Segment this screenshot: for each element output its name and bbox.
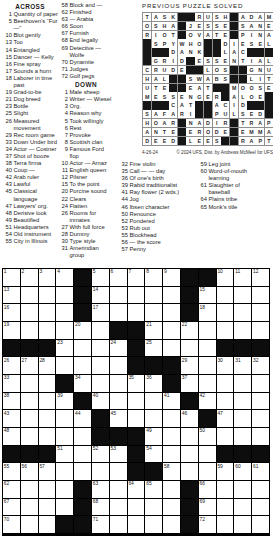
- grid-cell[interactable]: 42: [199, 393, 216, 410]
- cell-number: 42: [200, 393, 205, 398]
- grid-cell[interactable]: [21, 481, 38, 498]
- solved-letter-cell: A: [256, 57, 264, 65]
- grid-cell[interactable]: [39, 499, 56, 516]
- grid-cell[interactable]: [217, 516, 234, 533]
- grid-cell[interactable]: [252, 393, 269, 410]
- grid-black-cell: [74, 516, 91, 533]
- grid-black-cell: [128, 446, 145, 463]
- grid-cell[interactable]: [234, 322, 251, 339]
- grid-cell[interactable]: [234, 428, 251, 445]
- grid-cell[interactable]: 1: [3, 269, 20, 286]
- grid-cell[interactable]: [56, 499, 73, 516]
- grid-cell[interactable]: 64: [128, 481, 145, 498]
- grid-cell[interactable]: [110, 375, 127, 392]
- grid-cell[interactable]: 25: [145, 340, 162, 357]
- solved-letter-cell: N: [186, 48, 194, 56]
- grid-cell[interactable]: 7: [128, 269, 145, 286]
- grid-cell[interactable]: [21, 375, 38, 392]
- clue-text: Fine violin: [130, 161, 183, 168]
- clue-number: 8: [58, 139, 68, 146]
- grid-cell[interactable]: 69: [199, 499, 216, 516]
- grid-cell[interactable]: 59: [217, 463, 234, 480]
- clue: 41Ray flower (2 wds.): [118, 189, 182, 196]
- clue: 1Quantity of paper: [2, 11, 58, 18]
- solved-letter-cell: S: [213, 137, 221, 145]
- solved-letter-cell: O: [186, 31, 194, 39]
- grid-cell[interactable]: [39, 304, 56, 321]
- grid-cell[interactable]: [163, 340, 180, 357]
- grid-cell[interactable]: [92, 463, 109, 480]
- grid-cell[interactable]: 43: [3, 410, 20, 427]
- grid-cell[interactable]: 9: [163, 269, 180, 286]
- grid-cell[interactable]: [217, 393, 234, 410]
- grid-cell[interactable]: 37: [181, 375, 198, 392]
- grid-cell[interactable]: [252, 481, 269, 498]
- solved-letter-cell: T: [186, 101, 194, 109]
- grid-cell[interactable]: 48: [3, 428, 20, 445]
- grid-cell[interactable]: [92, 357, 109, 374]
- cell-number: 32: [253, 358, 258, 363]
- grid-cell[interactable]: [74, 340, 91, 357]
- solved-black-cell: [152, 101, 160, 109]
- grid-cell[interactable]: [74, 463, 91, 480]
- grid-cell[interactable]: [110, 499, 127, 516]
- grid-cell[interactable]: [92, 375, 109, 392]
- grid-cell[interactable]: [74, 357, 91, 374]
- grid-black-cell: [181, 393, 198, 410]
- grid-cell[interactable]: [234, 304, 251, 321]
- solved-letter-cell: R: [169, 119, 177, 127]
- grid-black-cell: [21, 340, 38, 357]
- solved-letter-cell: T: [152, 84, 160, 92]
- cell-number: 5: [93, 269, 96, 274]
- cell-number: 12: [253, 269, 258, 274]
- grid-cell[interactable]: [145, 393, 162, 410]
- grid-cell[interactable]: [92, 340, 109, 357]
- grid-black-cell: [181, 287, 198, 304]
- clue: 39Rabid traditionalist: [118, 182, 182, 189]
- grid-black-cell: [92, 428, 109, 445]
- solved-letter-cell: I: [213, 119, 221, 127]
- grid-cell[interactable]: 52: [92, 446, 109, 463]
- clue-text: English queen: [70, 167, 115, 174]
- grid-cell[interactable]: [163, 516, 180, 533]
- grid-cell[interactable]: 33: [3, 375, 20, 392]
- solved-letter-cell: R: [247, 119, 255, 127]
- clue: 31Amerindian group: [58, 245, 114, 259]
- grid-cell[interactable]: [145, 304, 162, 321]
- grid-cell[interactable]: [39, 322, 56, 339]
- solved-black-cell: [230, 128, 238, 136]
- grid-cell[interactable]: 62: [3, 481, 20, 498]
- grid-cell[interactable]: [199, 446, 216, 463]
- solved-black-cell: [230, 66, 238, 74]
- solved-letter-cell: D: [213, 128, 221, 136]
- grid-cell[interactable]: 55: [3, 463, 20, 480]
- clue-text: Scottish clan: [70, 139, 115, 146]
- grid-cell[interactable]: [163, 428, 180, 445]
- grid-cell[interactable]: 18: [199, 304, 216, 321]
- grid-cell[interactable]: [252, 499, 269, 516]
- grid-cell[interactable]: [199, 463, 216, 480]
- grid-cell[interactable]: [110, 516, 127, 533]
- grid-cell[interactable]: [110, 481, 127, 498]
- grid-cell[interactable]: 23: [56, 340, 73, 357]
- grid-cell[interactable]: [217, 481, 234, 498]
- grid-cell[interactable]: 39: [56, 393, 73, 410]
- grid-cell[interactable]: [234, 287, 251, 304]
- grid-cell[interactable]: 46: [181, 410, 198, 427]
- grid-cell[interactable]: 29: [181, 357, 198, 374]
- solved-letter-cell: M: [265, 13, 273, 21]
- cell-number: 20: [75, 322, 80, 327]
- grid-cell[interactable]: [217, 499, 234, 516]
- clue-number: 12: [58, 174, 68, 181]
- grid-cell[interactable]: [217, 322, 234, 339]
- solved-letter-cell: N: [186, 92, 194, 100]
- grid-cell[interactable]: 49: [145, 428, 162, 445]
- grid-cell[interactable]: 70: [3, 516, 20, 533]
- grid-cell[interactable]: [234, 393, 251, 410]
- grid-cell[interactable]: [39, 410, 56, 427]
- grid-cell[interactable]: [163, 322, 180, 339]
- grid-cell[interactable]: [145, 499, 162, 516]
- grid-cell[interactable]: 13: [3, 287, 20, 304]
- grid-cell[interactable]: 20: [74, 322, 91, 339]
- grid-cell[interactable]: 3: [39, 269, 56, 286]
- grid-cell[interactable]: 10: [217, 269, 234, 286]
- grid-cell[interactable]: 24: [110, 340, 127, 357]
- grid-cell[interactable]: [39, 516, 56, 533]
- clue: 26Measured movement: [2, 118, 58, 132]
- clue-number: 60: [197, 168, 207, 182]
- clue: 37Shot of booze: [2, 153, 58, 160]
- solved-letter-cell: D: [204, 119, 212, 127]
- solved-letter-cell: S: [213, 57, 221, 65]
- clue-number: 3: [58, 103, 68, 110]
- clue-text: Bottle: [14, 103, 59, 110]
- solved-letter-cell: T: [169, 31, 177, 39]
- grid-cell[interactable]: [110, 393, 127, 410]
- solved-letter-cell: D: [221, 39, 229, 47]
- grid-black-cell: [217, 340, 234, 357]
- grid-cell[interactable]: 30: [217, 357, 234, 374]
- grid-cell[interactable]: 34: [74, 375, 91, 392]
- clue-text: Provoke: [70, 132, 115, 139]
- clue-text: Terra firma: [14, 160, 59, 167]
- grid-cell[interactable]: [56, 287, 73, 304]
- solved-letter-cell: R: [213, 92, 221, 100]
- grid-cell[interactable]: [56, 428, 73, 445]
- grid-cell[interactable]: [21, 393, 38, 410]
- grid-cell[interactable]: [110, 287, 127, 304]
- grid-cell[interactable]: [21, 304, 38, 321]
- solved-letter-cell: U: [265, 66, 273, 74]
- solved-letter-cell: S: [152, 22, 160, 30]
- grid-cell[interactable]: [199, 357, 216, 374]
- grid-cell[interactable]: [252, 375, 269, 392]
- grid-cell[interactable]: [181, 340, 198, 357]
- grid-cell[interactable]: [128, 287, 145, 304]
- solved-letter-cell: R: [143, 31, 151, 39]
- solved-letter-cell: B: [213, 75, 221, 83]
- solved-letter-cell: D: [239, 101, 247, 109]
- grid-cell[interactable]: [252, 304, 269, 321]
- grid-cell[interactable]: 36: [145, 375, 162, 392]
- grid-cell[interactable]: [74, 446, 91, 463]
- grid-cell[interactable]: 58: [163, 463, 180, 480]
- solved-black-cell: [186, 66, 194, 74]
- grid-cell[interactable]: 35: [128, 375, 145, 392]
- grid-cell[interactable]: 2: [21, 269, 38, 286]
- clue-number: 33: [2, 139, 12, 146]
- grid-cell[interactable]: 66: [199, 481, 216, 498]
- grid-cell[interactable]: [56, 463, 73, 480]
- grid-cell[interactable]: 19: [3, 322, 20, 339]
- grid-cell[interactable]: 47: [217, 410, 234, 427]
- grid-cell[interactable]: [39, 287, 56, 304]
- grid-cell[interactable]: [92, 322, 109, 339]
- grid-cell[interactable]: [145, 516, 162, 533]
- clue-number: 72: [58, 73, 68, 80]
- solved-black-cell: [195, 66, 203, 74]
- clue-number: 68: [58, 37, 68, 44]
- grid-cell[interactable]: 21: [145, 322, 162, 339]
- clue: 21Dog breed: [2, 96, 58, 103]
- grid-cell[interactable]: 57: [39, 463, 56, 480]
- solved-letter-cell: I: [152, 31, 160, 39]
- clue: 19Grad-to-be: [2, 89, 58, 96]
- solved-letter-cell: D: [169, 48, 177, 56]
- down-header: DOWN: [58, 81, 114, 88]
- cell-number: 46: [182, 411, 187, 416]
- grid-cell[interactable]: [181, 428, 198, 445]
- grid-cell[interactable]: [199, 322, 216, 339]
- grid-cell[interactable]: [56, 322, 73, 339]
- grid-cell[interactable]: [234, 499, 251, 516]
- clue-text: Laborer in time past: [14, 75, 59, 89]
- grid-cell[interactable]: [56, 357, 73, 374]
- grid-cell[interactable]: [21, 428, 38, 445]
- grid-cell[interactable]: 6: [110, 269, 127, 286]
- cell-number: 62: [4, 481, 9, 486]
- grid-cell[interactable]: [21, 287, 38, 304]
- grid-cell[interactable]: [21, 410, 38, 427]
- grid-cell[interactable]: [56, 304, 73, 321]
- grid-cell[interactable]: [252, 322, 269, 339]
- grid-cell[interactable]: 38: [3, 393, 20, 410]
- grid-cell[interactable]: 14: [92, 287, 109, 304]
- solved-letter-cell: J: [186, 22, 194, 30]
- clue-number: 31: [58, 245, 68, 259]
- solved-letter-cell: I: [169, 57, 177, 65]
- grid-cell[interactable]: [39, 428, 56, 445]
- grid-cell[interactable]: [56, 481, 73, 498]
- grid-cell[interactable]: [234, 375, 251, 392]
- grid-cell[interactable]: 51: [56, 446, 73, 463]
- grid-cell[interactable]: [56, 410, 73, 427]
- grid-cell[interactable]: 65: [145, 481, 162, 498]
- grid-cell[interactable]: 63: [92, 481, 109, 498]
- clue: 11English queen: [58, 167, 114, 174]
- grid-cell[interactable]: [39, 393, 56, 410]
- grid-cell[interactable]: [252, 428, 269, 445]
- clue-text: Entangled: [14, 47, 59, 54]
- grid-cell[interactable]: 40: [92, 393, 109, 410]
- down-clue-list: 1Male sheep2Writer — Wiesel3Org.4Reason …: [58, 89, 114, 259]
- grid-black-cell: [110, 428, 127, 445]
- clue-number: 1: [2, 11, 12, 18]
- grid-cell[interactable]: 61: [252, 463, 269, 480]
- grid-cell[interactable]: 44: [74, 410, 91, 427]
- grid-cell[interactable]: 22: [181, 322, 198, 339]
- grid-cell[interactable]: [234, 481, 251, 498]
- grid-cell[interactable]: [128, 410, 145, 427]
- cell-number: 69: [200, 499, 205, 504]
- grid-cell[interactable]: [128, 499, 145, 516]
- clue-text: Headquarters: [14, 224, 59, 231]
- grid-cell[interactable]: [110, 463, 127, 480]
- grid-cell[interactable]: [181, 446, 198, 463]
- clue: 9Famous Ford flop: [58, 146, 114, 160]
- solved-letter-cell: V: [195, 31, 203, 39]
- grid-cell[interactable]: 26: [3, 357, 20, 374]
- grid-cell[interactable]: 71: [92, 516, 109, 533]
- grid-cell[interactable]: 15: [199, 287, 216, 304]
- grid-cell[interactable]: 8: [145, 269, 162, 286]
- grid-cell[interactable]: [128, 304, 145, 321]
- clue: 6Rest: [58, 125, 114, 132]
- clue: 32Fine violin: [118, 161, 182, 168]
- solved-letter-cell: S: [143, 110, 151, 118]
- grid-cell[interactable]: [110, 304, 127, 321]
- clue-text: Beautified: [14, 217, 59, 224]
- grid-cell[interactable]: [110, 357, 127, 374]
- solved-letter-cell: F: [160, 110, 168, 118]
- grid-cell[interactable]: [252, 516, 269, 533]
- grid-cell[interactable]: 17: [92, 304, 109, 321]
- grid-cell[interactable]: [234, 516, 251, 533]
- solved-letter-cell: A: [256, 13, 264, 21]
- grid-cell[interactable]: 5: [92, 269, 109, 286]
- grid-cell[interactable]: 53: [110, 446, 127, 463]
- grid-cell[interactable]: [39, 481, 56, 498]
- clue-text: Famous Ford flop: [70, 146, 115, 160]
- grid-cell[interactable]: 32: [252, 357, 269, 374]
- solved-letter-cell: S: [213, 13, 221, 21]
- grid-cell[interactable]: 50: [199, 428, 216, 445]
- grid-cell[interactable]: [234, 410, 251, 427]
- grid-cell[interactable]: 28: [39, 357, 56, 374]
- grid-cell[interactable]: [199, 340, 216, 357]
- grid-cell[interactable]: 31: [234, 357, 251, 374]
- grid-cell[interactable]: [199, 375, 216, 392]
- grid-cell[interactable]: [217, 287, 234, 304]
- grid-cell[interactable]: [217, 428, 234, 445]
- grid-cell[interactable]: [181, 463, 198, 480]
- solved-black-cell: [221, 137, 229, 145]
- grid-cell[interactable]: 12: [252, 269, 269, 286]
- grid-cell[interactable]: 56: [21, 463, 38, 480]
- grid-black-cell: [252, 340, 269, 357]
- grid-cell[interactable]: 60: [234, 463, 251, 480]
- grid-cell[interactable]: [39, 375, 56, 392]
- clue-number: 13: [2, 39, 12, 46]
- grid-black-cell: [145, 463, 162, 480]
- grid-cell[interactable]: [128, 516, 145, 533]
- clue-number: 52: [118, 218, 128, 225]
- grid-cell[interactable]: [163, 481, 180, 498]
- solved-letter-cell: S: [160, 92, 168, 100]
- grid-cell[interactable]: [252, 410, 269, 427]
- grid-cell[interactable]: [21, 499, 38, 516]
- solved-letter-cell: A: [265, 31, 273, 39]
- solved-letter-cell: A: [247, 22, 255, 30]
- clue-text: Of one's birth: [130, 175, 183, 182]
- grid-cell[interactable]: 67: [3, 499, 20, 516]
- solved-letter-cell: T: [239, 119, 247, 127]
- grid-cell[interactable]: 11: [234, 269, 251, 286]
- solved-letter-cell: A: [256, 119, 264, 127]
- grid-cell[interactable]: 41: [163, 393, 180, 410]
- grid-cell[interactable]: 4: [56, 269, 73, 286]
- grid-cell[interactable]: [163, 304, 180, 321]
- clue-text: Rooms for inmates: [70, 210, 115, 224]
- down-clue-column-continued: 32Fine violin35Call — — day36Of one's bi…: [118, 161, 182, 253]
- crossword-grid: 1234567891011121314151617181920212223242…: [2, 268, 270, 536]
- clue-text: Ray flower (2 wds.): [130, 189, 183, 196]
- solved-letter-cell: A: [247, 137, 255, 145]
- grid-cell[interactable]: 16: [3, 304, 20, 321]
- solved-letter-cell: L: [265, 57, 273, 65]
- solved-letter-cell: L: [160, 75, 168, 83]
- grid-cell[interactable]: [74, 428, 91, 445]
- solved-letter-cell: I: [230, 39, 238, 47]
- clue: 43Lawful: [2, 181, 58, 188]
- grid-cell[interactable]: 54: [145, 446, 162, 463]
- solved-black-cell: [143, 39, 151, 47]
- grid-cell[interactable]: 68: [92, 499, 109, 516]
- clue-text: Golf pegs: [70, 73, 115, 80]
- grid-cell[interactable]: [217, 375, 234, 392]
- grid-cell[interactable]: [163, 410, 180, 427]
- grid-cell[interactable]: 27: [21, 357, 38, 374]
- grid-cell[interactable]: [217, 304, 234, 321]
- cell-number: 3: [39, 269, 42, 274]
- grid-cell[interactable]: [163, 499, 180, 516]
- grid-cell[interactable]: [163, 287, 180, 304]
- clue: 22Clears: [58, 196, 114, 203]
- solved-letter-cell: O: [213, 66, 221, 74]
- cell-number: 48: [4, 428, 9, 433]
- grid-cell[interactable]: 72: [199, 516, 216, 533]
- clue-text: Male sheep: [70, 89, 115, 96]
- grid-cell[interactable]: [128, 393, 145, 410]
- grid-cell[interactable]: [21, 516, 38, 533]
- grid-cell[interactable]: [145, 287, 162, 304]
- cell-number: 63: [93, 481, 98, 486]
- grid-cell[interactable]: [252, 287, 269, 304]
- clue-number: 66: [58, 23, 68, 30]
- grid-cell[interactable]: [163, 446, 180, 463]
- grid-cell[interactable]: 45: [110, 410, 127, 427]
- grid-black-cell: [199, 410, 216, 427]
- grid-cell[interactable]: [21, 322, 38, 339]
- grid-cell[interactable]: [145, 410, 162, 427]
- clue: 48Derisive look: [2, 210, 58, 217]
- solved-letter-cell: S: [239, 110, 247, 118]
- cell-number: 38: [4, 393, 9, 398]
